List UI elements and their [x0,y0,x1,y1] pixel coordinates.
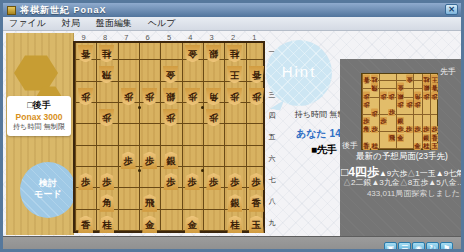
shogi-piece[interactable]: 歩 [406,126,413,134]
shogi-piece[interactable]: 歩 [227,88,242,106]
shogi-piece[interactable]: 桂 [227,45,242,63]
shogi-piece[interactable]: 金 [397,134,404,142]
shogi-piece[interactable]: 歩 [142,152,157,170]
star-point [138,169,141,172]
shogi-piece[interactable]: 歩 [249,88,264,106]
pv-line2: △2二銀▲3九金△8五歩▲5八金… [343,177,464,188]
shogi-piece[interactable]: 金 [397,83,404,91]
rank-label: 六 [266,148,278,169]
shogi-piece[interactable]: 歩 [380,92,387,100]
shogi-piece[interactable]: 歩 [363,92,370,100]
title-bar[interactable]: 将棋新世紀 PonaX ✕ [3,3,461,17]
gote-time-label: 持ち時間 無制限 [9,122,70,132]
menu-item[interactable]: ファイル [9,17,46,30]
shogi-piece[interactable]: 歩 [388,92,395,100]
menu-item[interactable]: 対局 [62,17,80,30]
shogi-board[interactable]: 香桂金銀桂飛金王香歩歩歩銀歩角歩歩歩歩歩歩歩銀歩歩歩歩歩歩歩角飛銀香香桂金金桂玉 [73,41,265,233]
flag-icon-button[interactable]: ⚑ [440,242,453,252]
shogi-piece[interactable]: 飛 [371,83,378,91]
shogi-piece[interactable]: 玉 [249,216,264,234]
shogi-piece[interactable]: 歩 [406,100,413,108]
shogi-piece[interactable]: 香 [431,134,438,142]
shogi-piece[interactable]: 金 [185,216,200,234]
shogi-piece[interactable]: 金 [163,66,178,84]
window-title: 将棋新世紀 PonaX [20,4,107,17]
refresh-icon-button[interactable]: ↻ [426,242,439,252]
close-button[interactable]: ✕ [445,4,458,15]
hint-bubble[interactable]: Hint [266,40,332,106]
gote-info-box: □後手 Ponax 3000 持ち時間 無制限 [7,96,71,136]
rank-label: 七 [266,169,278,190]
shogi-piece[interactable]: 香 [78,216,93,234]
shogi-piece[interactable]: 飛 [388,134,395,142]
mode-bubble[interactable]: 検討 モード [20,162,76,218]
shogi-piece[interactable]: 角 [99,194,114,212]
toolbar: ▣☰◉↻⚑ [384,242,453,252]
shogi-piece[interactable]: 歩 [414,126,421,134]
shogi-piece[interactable]: 金 [414,143,421,151]
star-point [201,106,204,109]
shogi-piece[interactable]: 歩 [163,173,178,191]
shogi-piece[interactable]: 歩 [371,126,378,134]
shogi-piece[interactable]: 香 [431,83,438,91]
mini-board-gote-label: 後手 [342,140,358,151]
menu-bar: ファイル対局盤面編集ヘルプ [3,17,461,31]
shogi-piece[interactable]: 歩 [431,126,438,134]
mini-board-sente-label: 先手 [440,66,456,77]
rank-label: 五 [266,126,278,147]
shogi-piece[interactable]: 角 [363,126,370,134]
app-window: 将棋新世紀 PonaX ✕ ファイル対局盤面編集ヘルプ □後手 Ponax 30… [0,0,464,252]
menu-item[interactable]: ヘルプ [148,17,176,30]
shogi-piece[interactable]: 歩 [78,173,93,191]
menu-item[interactable]: 盤面編集 [96,17,132,30]
shogi-piece[interactable]: 玉 [431,143,438,151]
shogi-piece[interactable]: 銀 [163,152,178,170]
shogi-piece[interactable]: 歩 [423,92,430,100]
shogi-piece[interactable]: 銀 [423,83,430,91]
shogi-piece[interactable]: 銀 [206,45,221,63]
shogi-piece[interactable]: 銀 [227,194,242,212]
shogi-piece[interactable]: 歩 [206,109,221,127]
shogi-piece[interactable]: 桂 [227,216,242,234]
shogi-piece[interactable]: 金 [185,45,200,63]
shogi-piece[interactable]: 歩 [99,173,114,191]
shogi-piece[interactable]: 歩 [414,100,421,108]
pointer-icon-button[interactable]: ◉ [412,242,425,252]
shogi-piece[interactable]: 飛 [142,194,157,212]
shogi-piece[interactable]: 王 [431,75,438,83]
shogi-piece[interactable]: 桂 [423,75,430,83]
shogi-piece[interactable]: 歩 [397,100,404,108]
shogi-piece[interactable]: 歩 [249,173,264,191]
star-point [201,169,204,172]
shogi-piece[interactable]: 歩 [163,109,178,127]
shogi-piece[interactable]: 桂 [371,75,378,83]
shogi-piece[interactable]: 香 [363,143,370,151]
window-icon-button[interactable]: ▣ [384,242,397,252]
shogi-piece[interactable]: 歩 [380,117,387,125]
shogi-piece[interactable]: 銀 [423,134,430,142]
shogi-piece[interactable]: 歩 [206,173,221,191]
rank-label: 九 [266,212,278,233]
shogi-piece[interactable]: 香 [249,66,264,84]
shogi-piece[interactable]: 歩 [363,117,370,125]
bottom-bar: ▣☰◉↻⚑ [3,236,461,252]
shogi-piece[interactable]: 歩 [363,100,370,108]
shogi-piece[interactable]: 歩 [431,92,438,100]
mode-bubble-line1: 検討 [20,178,76,189]
shogi-piece[interactable]: 香 [363,75,370,83]
analysis-panel: 先手 香桂金桂王飛金銀香歩歩歩銀角歩歩歩歩歩歩歩歩歩歩銀角歩歩歩歩歩歩飛金銀香香… [340,59,464,252]
shogi-piece[interactable]: 角 [206,88,221,106]
shogi-piece[interactable]: 金 [406,75,413,83]
predicted-board: 香桂金桂王飛金銀香歩歩歩銀角歩歩歩歩歩歩歩歩歩歩銀角歩歩歩歩歩歩飛金銀香香桂金桂… [361,73,438,150]
file-labels: 987654321 [73,33,265,41]
shogi-piece[interactable]: 桂 [371,143,378,151]
shogi-piece[interactable]: 歩 [227,173,242,191]
list-icon-button[interactable]: ☰ [398,242,411,252]
shogi-piece[interactable]: 香 [249,194,264,212]
shogi-piece[interactable]: 歩 [121,152,136,170]
search-stat: 433,011局面探索しました [360,188,460,199]
star-point [138,106,141,109]
shogi-piece[interactable]: 歩 [121,88,136,106]
main-content: □後手 Ponax 3000 持ち時間 無制限 検討 モード 987654321… [3,31,461,249]
shogi-piece[interactable]: 銀 [163,88,178,106]
shogi-piece[interactable]: 歩 [142,88,157,106]
app-icon [7,6,16,15]
shogi-piece[interactable]: 歩 [423,126,430,134]
rank-label: 八 [266,190,278,211]
shogi-piece[interactable]: 王 [227,66,242,84]
shogi-piece[interactable]: 金 [142,216,157,234]
shogi-piece[interactable]: 歩 [185,88,200,106]
shogi-piece[interactable]: 歩 [371,109,378,117]
shogi-piece[interactable]: 歩 [388,109,395,117]
shogi-piece[interactable]: 銀 [397,92,404,100]
shogi-piece[interactable]: 桂 [99,216,114,234]
shogi-piece[interactable]: 香 [78,45,93,63]
shogi-piece[interactable]: 歩 [185,173,200,191]
shogi-piece[interactable]: 歩 [78,88,93,106]
shogi-piece[interactable]: 歩 [99,109,114,127]
shogi-piece[interactable]: 飛 [99,66,114,84]
shogi-piece[interactable]: 桂 [99,45,114,63]
shogi-piece[interactable]: 角 [414,92,421,100]
mode-bubble-line2: モード [20,189,76,200]
gote-player-name: Ponax 3000 [7,112,71,122]
gote-side-label: □後手 [7,99,71,112]
shogi-piece[interactable]: 銀 [397,117,404,125]
shogi-piece[interactable]: 歩 [397,126,404,134]
shogi-piece[interactable]: 桂 [423,143,430,151]
